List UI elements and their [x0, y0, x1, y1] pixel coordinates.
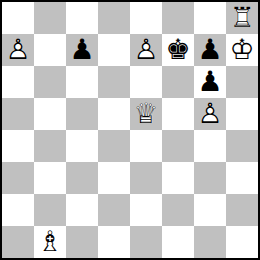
square-a8[interactable]: [2, 2, 34, 34]
black-king[interactable]: ♚: [162, 34, 194, 66]
square-f5[interactable]: [162, 98, 194, 130]
chessboard: ♜♖♟♙♟♟♙♚♟♚♔♟♛♕♟♙♝♗: [0, 0, 260, 260]
white-pawn[interactable]: ♟♙: [130, 34, 162, 66]
square-b8[interactable]: [34, 2, 66, 34]
square-e6[interactable]: [130, 66, 162, 98]
square-h1[interactable]: [226, 226, 258, 258]
white-pawn-outline: ♙: [194, 98, 226, 130]
black-pawn-glyph: ♟: [194, 66, 226, 98]
square-a2[interactable]: [2, 194, 34, 226]
square-f1[interactable]: [162, 226, 194, 258]
black-king-glyph: ♚: [162, 34, 194, 66]
white-pawn[interactable]: ♟♙: [194, 98, 226, 130]
square-b4[interactable]: [34, 130, 66, 162]
square-e3[interactable]: [130, 162, 162, 194]
square-h4[interactable]: [226, 130, 258, 162]
square-d8[interactable]: [98, 2, 130, 34]
white-queen[interactable]: ♛♕: [130, 98, 162, 130]
square-g4[interactable]: [194, 130, 226, 162]
square-a3[interactable]: [2, 162, 34, 194]
chess-diagram: ♜♖♟♙♟♟♙♚♟♚♔♟♛♕♟♙♝♗: [0, 0, 260, 260]
black-pawn-glyph: ♟: [66, 34, 98, 66]
black-pawn-glyph: ♟: [194, 34, 226, 66]
square-d7[interactable]: [98, 34, 130, 66]
white-pawn-outline: ♙: [2, 34, 34, 66]
square-e7[interactable]: ♟♙: [130, 34, 162, 66]
square-b1[interactable]: ♝♗: [34, 226, 66, 258]
square-d1[interactable]: [98, 226, 130, 258]
square-h3[interactable]: [226, 162, 258, 194]
white-rook[interactable]: ♜♖: [226, 2, 258, 34]
square-d3[interactable]: [98, 162, 130, 194]
square-c8[interactable]: [66, 2, 98, 34]
square-g1[interactable]: [194, 226, 226, 258]
white-pawn-outline: ♙: [130, 34, 162, 66]
square-g8[interactable]: [194, 2, 226, 34]
square-e8[interactable]: [130, 2, 162, 34]
square-f8[interactable]: [162, 2, 194, 34]
square-a6[interactable]: [2, 66, 34, 98]
black-pawn[interactable]: ♟: [66, 34, 98, 66]
white-king[interactable]: ♚♔: [226, 34, 258, 66]
square-b6[interactable]: [34, 66, 66, 98]
square-g5[interactable]: ♟♙: [194, 98, 226, 130]
white-bishop-outline: ♗: [34, 226, 66, 258]
square-b3[interactable]: [34, 162, 66, 194]
square-h6[interactable]: [226, 66, 258, 98]
square-c6[interactable]: [66, 66, 98, 98]
square-d5[interactable]: [98, 98, 130, 130]
square-c5[interactable]: [66, 98, 98, 130]
square-c7[interactable]: ♟: [66, 34, 98, 66]
white-bishop[interactable]: ♝♗: [34, 226, 66, 258]
black-pawn[interactable]: ♟: [194, 66, 226, 98]
square-b5[interactable]: [34, 98, 66, 130]
square-b2[interactable]: [34, 194, 66, 226]
square-h7[interactable]: ♚♔: [226, 34, 258, 66]
square-c1[interactable]: [66, 226, 98, 258]
square-c2[interactable]: [66, 194, 98, 226]
square-a7[interactable]: ♟♙: [2, 34, 34, 66]
square-d2[interactable]: [98, 194, 130, 226]
square-f4[interactable]: [162, 130, 194, 162]
white-pawn[interactable]: ♟♙: [2, 34, 34, 66]
black-pawn[interactable]: ♟: [194, 34, 226, 66]
square-g3[interactable]: [194, 162, 226, 194]
square-e4[interactable]: [130, 130, 162, 162]
square-a1[interactable]: [2, 226, 34, 258]
square-c3[interactable]: [66, 162, 98, 194]
square-e5[interactable]: ♛♕: [130, 98, 162, 130]
square-a5[interactable]: [2, 98, 34, 130]
square-h8[interactable]: ♜♖: [226, 2, 258, 34]
square-f7[interactable]: ♚: [162, 34, 194, 66]
white-king-outline: ♔: [226, 34, 258, 66]
square-d4[interactable]: [98, 130, 130, 162]
square-b7[interactable]: [34, 34, 66, 66]
square-f6[interactable]: [162, 66, 194, 98]
square-g7[interactable]: ♟: [194, 34, 226, 66]
square-h2[interactable]: [226, 194, 258, 226]
square-d6[interactable]: [98, 66, 130, 98]
square-e1[interactable]: [130, 226, 162, 258]
square-g2[interactable]: [194, 194, 226, 226]
square-h5[interactable]: [226, 98, 258, 130]
square-e2[interactable]: [130, 194, 162, 226]
square-g6[interactable]: ♟: [194, 66, 226, 98]
white-queen-outline: ♕: [130, 98, 162, 130]
square-c4[interactable]: [66, 130, 98, 162]
square-f2[interactable]: [162, 194, 194, 226]
square-a4[interactable]: [2, 130, 34, 162]
square-f3[interactable]: [162, 162, 194, 194]
white-rook-outline: ♖: [226, 2, 258, 34]
